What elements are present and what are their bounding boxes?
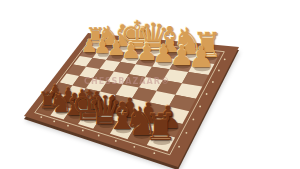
piece-shadow (112, 55, 124, 59)
piece-shadow (77, 104, 89, 108)
piece-shadow (104, 44, 115, 48)
piece-shadow (91, 43, 101, 47)
piece-shadow (132, 47, 144, 51)
piece-shadow (161, 126, 178, 132)
piece-shadow (44, 107, 54, 111)
border-inlay-dot (82, 130, 84, 132)
piece-shadow (98, 53, 109, 57)
piece-shadow (51, 97, 61, 101)
piece-shadow (141, 59, 154, 64)
piece-shadow (99, 123, 113, 128)
piece-shadow (56, 111, 67, 115)
piece-shadow (141, 121, 157, 127)
piece-shadow (84, 119, 97, 123)
piece-shadow (116, 128, 131, 133)
border-inlay-dot (224, 58, 226, 60)
border-inlay-dot (67, 125, 69, 127)
piece-shadow (153, 139, 170, 145)
piece-shadow (148, 49, 161, 54)
piece-shadow (64, 100, 75, 104)
border-inlay-dot (218, 70, 220, 72)
piece-shadow (126, 57, 138, 61)
piece-shadow (194, 66, 210, 72)
border-inlay-dot (212, 81, 214, 83)
piece-shadow (85, 51, 95, 55)
border-inlay-dot (53, 120, 55, 122)
border-inlay-dot (153, 152, 155, 154)
piece-shadow (124, 116, 139, 121)
piece-shadow (200, 55, 216, 61)
chess-set-product-photo: CHESSBAZAAR® ♜♞♝♚♛♟♝♟♞♟♜♟♟♟♟♟♟♟♟♜♟♞♟♝♟♚♟… (0, 0, 300, 169)
piece-shadow (175, 63, 190, 68)
border-inlay-dot (178, 146, 180, 148)
border-inlay-dot (115, 140, 117, 142)
border-inlay-dot (186, 132, 188, 134)
piece-shadow (181, 53, 196, 58)
watermark: CHESSBAZAAR® (68, 77, 186, 86)
piece-shadow (158, 61, 172, 66)
piece-shadow (107, 112, 121, 117)
border-inlay-dot (193, 119, 195, 121)
piece-shadow (164, 51, 178, 56)
piece-shadow (92, 108, 105, 112)
border-inlay-dot (199, 106, 201, 108)
piece-shadow (70, 115, 82, 119)
piece-shadow (134, 133, 150, 139)
piece-shadow (118, 46, 130, 50)
border-inlay-dot (133, 146, 135, 148)
border-inlay-dot (40, 116, 42, 118)
border-inlay-dot (206, 93, 208, 95)
border-inlay-dot (98, 135, 100, 137)
